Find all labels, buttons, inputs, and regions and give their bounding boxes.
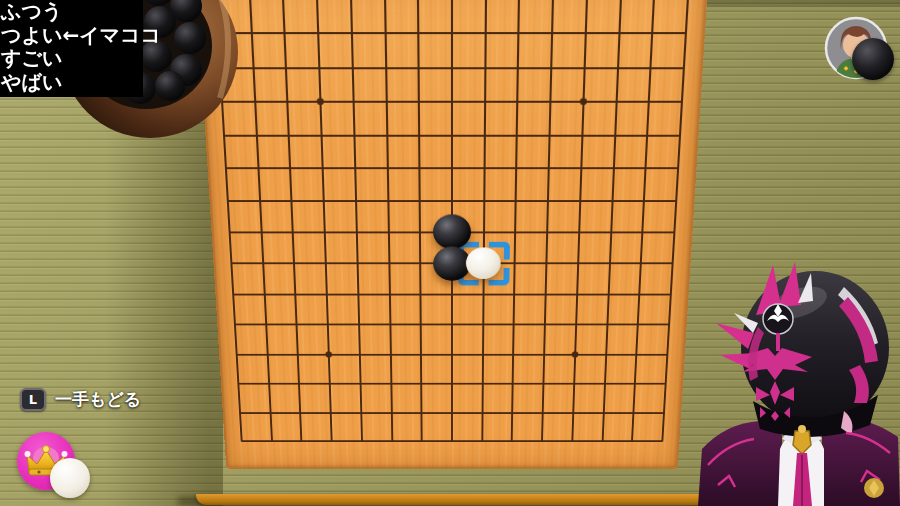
intersection-2-12[interactable] [251,340,283,370]
intersection-10-2[interactable] [502,16,536,51]
intersection-6-2[interactable] [368,16,402,51]
intersection-3-13[interactable] [283,369,315,398]
intersection-13-8[interactable] [594,217,627,249]
intersection-6-5[interactable] [370,119,403,152]
intersection-12-14[interactable] [558,398,589,427]
intersection-7-15[interactable] [407,427,437,455]
intersection-13-12[interactable] [590,340,622,370]
intersection-12-9[interactable] [562,248,595,279]
intersection-3-10[interactable] [279,279,312,310]
intersection-3-14[interactable] [285,398,316,427]
intersection-8-1[interactable] [435,0,469,16]
intersection-14-1[interactable] [637,0,672,16]
intersection-13-5[interactable] [598,119,632,152]
intersection-9-12[interactable] [467,340,498,370]
intersection-4-7[interactable] [307,184,340,216]
intersection-3-2[interactable] [267,16,302,51]
intersection-10-14[interactable] [497,398,528,427]
intersection-10-3[interactable] [501,51,535,85]
intersection-8-13[interactable] [437,369,468,398]
intersection-12-10[interactable] [561,279,593,310]
intersection-12-11[interactable] [560,310,592,340]
intersection-6-1[interactable] [367,0,401,16]
intersection-5-5[interactable] [337,119,370,152]
intersection-5-9[interactable] [341,248,373,279]
intersection-14-15[interactable] [617,427,648,455]
intersection-10-11[interactable] [498,310,530,340]
intersection-12-15[interactable] [557,427,588,455]
game-screen: ふつう つよい←イマココ すごい やばい L 一手もどる [0,0,900,506]
intersection-1-8[interactable] [213,217,247,249]
intersection-6-7[interactable] [372,184,405,216]
intersection-13-2[interactable] [602,16,637,51]
intersection-15-2[interactable] [668,16,703,51]
intersection-13-13[interactable] [589,369,621,398]
intersection-11-10[interactable] [530,279,562,310]
intersection-5-11[interactable] [343,310,375,340]
player-white-stone-badge [50,458,90,498]
intersection-2-9[interactable] [246,248,279,279]
intersection-8-3[interactable] [435,51,468,85]
intersection-12-8[interactable] [563,217,596,249]
intersection-7-12[interactable] [406,340,437,370]
intersection-6-8[interactable] [372,217,404,249]
intersection-3-4[interactable] [270,85,304,119]
intersection-9-3[interactable] [468,51,501,85]
intersection-11-6[interactable] [532,152,565,185]
difficulty-overlay: ふつう つよい←イマココ すごい やばい [0,0,143,97]
intersection-8-8[interactable] [436,217,468,249]
intersection-8-6[interactable] [436,152,468,185]
intersection-13-6[interactable] [597,152,631,185]
intersection-9-7[interactable] [468,184,500,216]
intersection-4-14[interactable] [315,398,346,427]
intersection-5-7[interactable] [339,184,372,216]
shoulder-emblem [864,478,884,498]
intersection-15-3[interactable] [667,51,702,85]
intersection-4-8[interactable] [308,217,341,249]
intersection-3-5[interactable] [272,119,306,152]
intersection-4-12[interactable] [313,340,345,370]
opponent-black-stone-badge [852,38,894,80]
intersection-15-8[interactable] [658,217,692,249]
intersection-15-11[interactable] [653,310,686,340]
intersection-8-7[interactable] [436,184,468,216]
intersection-9-2[interactable] [469,16,503,51]
intersection-9-4[interactable] [468,85,501,119]
intersection-9-1[interactable] [469,0,503,16]
intersection-11-9[interactable] [530,248,562,279]
intersection-7-9[interactable] [405,248,437,279]
intersection-11-3[interactable] [535,51,569,85]
intersection-13-10[interactable] [592,279,625,310]
intersection-1-14[interactable] [224,398,256,427]
intersection-14-12[interactable] [621,340,653,370]
intersection-2-4[interactable] [237,85,272,119]
intersection-3-11[interactable] [281,310,313,340]
board-front-edge [196,494,708,505]
l-button-icon[interactable]: L [20,388,46,411]
intersection-7-10[interactable] [405,279,437,310]
intersection-8-2[interactable] [435,16,469,51]
difficulty-normal: ふつう [0,0,143,24]
board-grid [198,0,706,467]
intersection-4-1[interactable] [300,0,335,16]
intersection-8-12[interactable] [437,340,468,370]
intersection-11-14[interactable] [527,398,558,427]
intersection-4-15[interactable] [316,427,347,455]
intersection-3-9[interactable] [278,248,311,279]
intersection-4-2[interactable] [301,16,336,51]
intersection-9-11[interactable] [467,310,498,340]
intersection-6-10[interactable] [373,279,405,310]
intersection-4-10[interactable] [311,279,343,310]
intersection-15-10[interactable] [654,279,687,310]
intersection-10-5[interactable] [501,119,534,152]
intersection-2-10[interactable] [248,279,281,310]
intersection-7-2[interactable] [402,16,436,51]
intersection-2-14[interactable] [254,398,286,427]
intersection-6-4[interactable] [369,85,402,119]
intersection-4-9[interactable] [310,248,343,279]
intersection-11-7[interactable] [532,184,565,216]
intersection-10-13[interactable] [498,369,529,398]
intersection-9-14[interactable] [467,398,498,427]
intersection-15-1[interactable] [670,0,706,16]
intersection-7-13[interactable] [406,369,437,398]
intersection-12-5[interactable] [566,119,600,152]
difficulty-amazing: すごい [0,46,143,71]
intersection-15-5[interactable] [663,119,698,152]
intersection-2-11[interactable] [250,310,283,340]
intersection-5-6[interactable] [338,152,371,185]
intersection-4-13[interactable] [314,369,345,398]
intersection-15-14[interactable] [648,398,680,427]
intersection-12-2[interactable] [569,16,604,51]
intersection-5-2[interactable] [334,16,368,51]
intersection-14-2[interactable] [635,16,670,51]
gold-clasp-top [798,425,806,433]
intersection-7-4[interactable] [402,85,435,119]
intersection-6-13[interactable] [375,369,406,398]
intersection-1-9[interactable] [215,248,248,279]
intersection-2-15[interactable] [256,427,287,455]
difficulty-strong-current: つよい←イマココ [0,23,143,48]
intersection-1-10[interactable] [216,279,249,310]
intersection-4-4[interactable] [303,85,337,119]
intersection-15-9[interactable] [656,248,689,279]
intersection-2-13[interactable] [253,369,285,398]
intersection-12-13[interactable] [558,369,589,398]
intersection-13-7[interactable] [596,184,629,216]
intersection-3-8[interactable] [276,217,309,249]
intersection-8-4[interactable] [435,85,468,119]
intersection-1-11[interactable] [218,310,251,340]
intersection-4-11[interactable] [312,310,344,340]
intersection-13-3[interactable] [601,51,636,85]
intersection-14-6[interactable] [629,152,663,185]
intersection-15-15[interactable] [647,427,679,455]
intersection-14-3[interactable] [634,51,669,85]
intersection-10-1[interactable] [502,0,536,16]
intersection-8-11[interactable] [436,310,467,340]
intersection-11-1[interactable] [536,0,571,16]
intersection-14-13[interactable] [619,369,651,398]
intersection-4-6[interactable] [306,152,339,185]
intersection-8-9[interactable] [436,248,468,279]
intersection-11-8[interactable] [531,217,564,249]
intersection-2-8[interactable] [245,217,278,249]
intersection-11-2[interactable] [535,16,569,51]
difficulty-crazy: やばい [0,70,143,95]
intersection-14-4[interactable] [632,85,667,119]
intersection-5-4[interactable] [336,85,370,119]
intersection-13-1[interactable] [603,0,638,16]
intersection-14-10[interactable] [623,279,656,310]
undo-label: 一手もどる [55,388,141,411]
intersection-8-15[interactable] [437,427,467,455]
intersection-13-15[interactable] [587,427,618,455]
intersection-7-5[interactable] [403,119,436,152]
intersection-5-12[interactable] [344,340,376,370]
intersection-2-6[interactable] [241,152,275,185]
intersection-14-8[interactable] [626,217,659,249]
intersection-6-15[interactable] [377,427,408,455]
intersection-13-9[interactable] [593,248,626,279]
intersection-6-11[interactable] [374,310,406,340]
intersection-2-3[interactable] [236,51,271,85]
intersection-12-3[interactable] [568,51,602,85]
vtuber-character [698,253,900,506]
intersection-1-7[interactable] [211,184,245,216]
intersection-6-6[interactable] [371,152,404,185]
intersection-3-3[interactable] [269,51,304,85]
intersection-6-3[interactable] [369,51,403,85]
intersection-1-6[interactable] [209,152,243,185]
intersection-7-8[interactable] [404,217,436,249]
undo-hint: L 一手もどる [20,388,141,411]
intersection-6-12[interactable] [375,340,406,370]
intersection-5-14[interactable] [346,398,377,427]
intersection-7-14[interactable] [406,398,437,427]
intersection-1-15[interactable] [226,427,258,455]
intersection-11-4[interactable] [534,85,568,119]
intersection-11-13[interactable] [528,369,559,398]
intersection-11-12[interactable] [529,340,561,370]
intersection-7-11[interactable] [405,310,436,340]
go-board[interactable] [196,0,709,469]
intersection-9-5[interactable] [468,119,501,152]
intersection-2-5[interactable] [239,119,273,152]
intersection-14-5[interactable] [630,119,664,152]
intersection-1-13[interactable] [222,369,254,398]
intersection-5-3[interactable] [335,51,369,85]
intersection-4-5[interactable] [305,119,339,152]
intersection-7-3[interactable] [402,51,435,85]
intersection-15-12[interactable] [651,340,683,370]
intersection-4-3[interactable] [302,51,336,85]
intersection-11-15[interactable] [527,427,558,455]
intersection-6-9[interactable] [373,248,405,279]
intersection-11-5[interactable] [533,119,566,152]
intersection-2-7[interactable] [243,184,277,216]
intersection-5-1[interactable] [333,0,368,16]
intersection-14-9[interactable] [625,248,658,279]
intersection-15-13[interactable] [650,369,682,398]
intersection-9-9[interactable] [468,248,500,279]
intersection-5-8[interactable] [340,217,373,249]
intersection-7-6[interactable] [403,152,436,185]
intersection-12-1[interactable] [570,0,605,16]
intersection-15-6[interactable] [661,152,695,185]
intersection-5-13[interactable] [345,369,376,398]
intersection-8-14[interactable] [437,398,467,427]
intersection-14-11[interactable] [622,310,655,340]
intersection-13-4[interactable] [599,85,633,119]
intersection-12-6[interactable] [565,152,598,185]
intersection-8-5[interactable] [436,119,469,152]
intersection-14-14[interactable] [618,398,650,427]
intersection-9-15[interactable] [467,427,497,455]
intersection-9-6[interactable] [468,152,501,185]
intersection-12-12[interactable] [559,340,591,370]
intersection-15-4[interactable] [665,85,700,119]
intersection-11-11[interactable] [529,310,561,340]
intersection-5-15[interactable] [346,427,377,455]
intersection-10-6[interactable] [500,152,533,185]
intersection-3-7[interactable] [275,184,308,216]
intersection-15-7[interactable] [659,184,693,216]
intersection-13-14[interactable] [588,398,619,427]
intersection-7-1[interactable] [401,0,435,16]
intersection-10-7[interactable] [500,184,533,216]
intersection-10-15[interactable] [497,427,528,455]
intersection-9-13[interactable] [467,369,498,398]
intersection-14-7[interactable] [628,184,662,216]
intersection-6-14[interactable] [376,398,407,427]
intersection-12-7[interactable] [564,184,597,216]
intersection-10-4[interactable] [501,85,534,119]
intersection-3-6[interactable] [273,152,307,185]
intersection-12-4[interactable] [567,85,601,119]
intersection-2-2[interactable] [234,16,269,51]
intersection-5-10[interactable] [342,279,374,310]
intersection-1-12[interactable] [220,340,252,370]
intersection-10-12[interactable] [498,340,529,370]
intersection-3-1[interactable] [266,0,301,16]
intersection-3-12[interactable] [282,340,314,370]
intersection-13-11[interactable] [591,310,623,340]
intersection-7-7[interactable] [404,184,436,216]
intersection-3-15[interactable] [286,427,317,455]
